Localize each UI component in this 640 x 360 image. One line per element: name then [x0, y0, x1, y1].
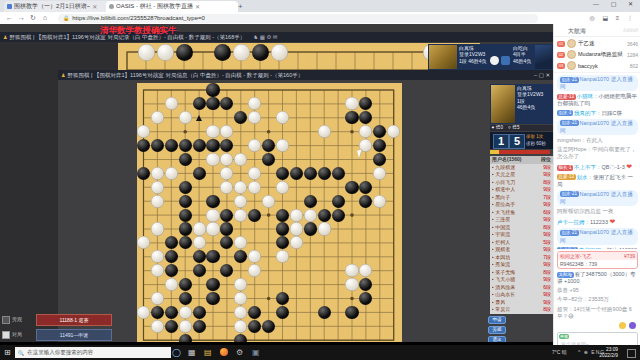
- stone-black: [193, 139, 206, 152]
- stone-black: [345, 306, 358, 319]
- stream-title-overlay: 清华数学教授确实牛: [100, 25, 177, 37]
- rank-row[interactable]: 01 千乙迷3646: [557, 39, 638, 48]
- timer-digit-2: 5: [509, 134, 525, 149]
- stone-white: [179, 306, 192, 319]
- browser-tab-bar: 围棋教学（一）2月1日棋谱~ ✕ OASIS - 棋社 - 围棋教学直播 ✕ +…: [0, 0, 640, 12]
- stone-white: [138, 44, 155, 61]
- stone-black: [193, 250, 206, 263]
- stone-black: [179, 278, 192, 291]
- tab-active[interactable]: OASIS - 棋社 - 围棋教学直播 ✕: [106, 1, 238, 12]
- fox-bg-avatar-black: [535, 45, 552, 69]
- clock-date: 2022/2/9: [599, 353, 618, 359]
- stone-black: [193, 306, 206, 319]
- chat-message: 今早~82分：23535万: [557, 296, 638, 303]
- spectator-table-header: 用户名(1560)段位: [490, 156, 553, 164]
- fox-bg-toolbar-icons[interactable]: ♞ ▦ ⚙ ✉: [253, 34, 277, 40]
- spectator-row[interactable]: ▪ 烂柯人5段: [490, 239, 553, 247]
- spectator-row[interactable]: ▪ 星位高手9段: [490, 201, 553, 209]
- stone-white: [151, 222, 164, 235]
- notification-icon[interactable]: [627, 349, 636, 358]
- stone-white: [151, 167, 164, 180]
- chat-message: 划水·21Nanpai1070 进入直播间: [557, 190, 638, 206]
- fox-side-button[interactable]: 旁观: [488, 326, 506, 334]
- stone-white: [262, 195, 275, 208]
- last-move-marker: [196, 115, 202, 121]
- stone-black: [193, 167, 206, 180]
- timer-digit-1: 1: [493, 134, 509, 149]
- tab2-title: OASIS - 棋社 - 围棋教学直播: [116, 2, 193, 11]
- spectator-row[interactable]: ▪ 落子无悔8段: [490, 269, 553, 277]
- taskbar-search[interactable]: 🔍 在这里输入你要搜索的内容: [15, 347, 171, 358]
- time-progress-bar: [490, 150, 550, 154]
- stone-white: [137, 306, 150, 319]
- fox-bg-titlebar: ♟ 野狐围棋 | 【围棋对弈1】1196号对战室 对局记录（白 中盘胜）- 自由…: [0, 32, 553, 42]
- danmaku-input[interactable]: 弹幕 发个弹幕呗~: [557, 332, 638, 345]
- new-tab-button[interactable]: +: [238, 2, 243, 11]
- bg-btn-row1[interactable]: 11188·1 退赛: [36, 314, 112, 326]
- stone-black: [179, 209, 192, 222]
- stone-white: [206, 125, 219, 138]
- spectator-row[interactable]: ▪ 九段棋迷9段: [490, 164, 553, 172]
- spectator-row[interactable]: ▪ 常昊云8段: [490, 306, 553, 314]
- stone-white: [179, 320, 192, 333]
- superchat-card[interactable]: 松间之家-飞乙 ¥739 R946234B：739: [557, 251, 638, 269]
- chat-message: 划水·21Nanpai1070 进入直播间: [557, 119, 638, 135]
- spectator-row[interactable]: ▪ 棋道中人9段: [490, 186, 553, 194]
- stone-white: [234, 209, 247, 222]
- bg-btn-row2-label: 对局: [12, 331, 22, 337]
- heart-sticker: ❤: [609, 218, 615, 225]
- stone-white: [233, 44, 250, 61]
- chat-message: 总督·13小猫咪：小姐姐把电脑平台都搞乱了吗: [557, 93, 638, 107]
- stone-black: [276, 209, 289, 222]
- fox-bg-avatar-white: [429, 45, 457, 69]
- black-side-icon: [2, 316, 10, 324]
- chat-message: 超管：14日第一个经路900盘 6早？😅: [557, 306, 638, 320]
- stone-black: [206, 83, 219, 96]
- stone-white: [157, 44, 174, 61]
- stone-black: [179, 139, 192, 152]
- chat-message: 划水·21Nanpai1070 进入直播间: [557, 228, 638, 244]
- stone-black: [179, 195, 192, 208]
- superchat-price: ¥739: [624, 253, 635, 259]
- fox-bg-card2-line3: 46胜4负: [513, 58, 531, 64]
- settings-icon[interactable]: ⚙: [236, 348, 243, 357]
- weather-tray[interactable]: 7°C 晴: [552, 349, 567, 355]
- start-button[interactable]: ⊞: [4, 348, 11, 357]
- stone-white: [345, 264, 358, 277]
- chat-message: 总督·13划水：使用了起飞卡 一局: [557, 174, 638, 188]
- chat-message: 划水·21Nanpai1070 进入直播间: [557, 75, 638, 91]
- spectator-row[interactable]: ▪ 本因坊7段: [490, 254, 553, 262]
- stone-black: [332, 195, 345, 208]
- tab1-favicon: [7, 4, 12, 9]
- home-icon[interactable]: ⌂: [43, 14, 47, 21]
- stone-black: [206, 292, 219, 305]
- stone-black: [179, 222, 192, 235]
- stone-white: [345, 97, 358, 110]
- stone-white: [304, 209, 317, 222]
- stone-black: [193, 264, 206, 277]
- stone-black: [206, 278, 219, 291]
- stone-white: [345, 278, 358, 291]
- fox-fg-player-line2: 登录1V2W3: [517, 91, 543, 97]
- stone-black: [318, 209, 331, 222]
- chat-below-list: 大航海看了3487500（3000）夸讲 +1000恭喜 +95今早~82分：2…: [554, 271, 640, 320]
- fox-bg-panda-icon: [490, 56, 499, 65]
- stone-white: [151, 195, 164, 208]
- stone-white: [271, 44, 288, 61]
- fox-bg-card1-line2: 登录1V2W3: [459, 51, 487, 57]
- spectator-row[interactable]: ▪ 宇宙流9段: [490, 231, 553, 239]
- fox-side-button[interactable]: 申请: [488, 316, 506, 324]
- timer-block: 1 5 保留 1次 读秒 60秒: [490, 132, 553, 149]
- fox-bg-player-cards: 白真珠 登录1V2W3 1段 46胜4负 白吃白 4目半 46胜4负: [428, 44, 553, 70]
- stone-white: [290, 209, 303, 222]
- stone-black: [318, 306, 331, 319]
- live-video-area[interactable]: ♟ 野狐围棋 | 【围棋对弈1】1196号对战室 对局记录（白 中盘胜）- 自由…: [0, 24, 553, 345]
- spectator-row[interactable]: ▪ 飞天小猪9段: [490, 276, 553, 284]
- bilibili-watermark: bilibili: [623, 27, 638, 33]
- avatar: [567, 50, 576, 59]
- stone-black: [214, 44, 231, 61]
- tab2-favicon: [109, 4, 114, 9]
- stone-black: [137, 167, 150, 180]
- spectator-table[interactable]: 用户名(1560)段位 ▪ 九段棋迷9段▪ 天元之星9段▪ 小目飞刀8段▪ 棋道…: [490, 156, 553, 314]
- fox-bg-bottom-buttons: 旁观 11188·1 退赛 对局 11491—申请: [2, 314, 116, 344]
- taskbar-clock[interactable]: 23:09 2022/2/9: [599, 347, 618, 359]
- spectator-row[interactable]: ▪ 山高水长9段: [490, 291, 553, 299]
- stone-white: [165, 278, 178, 291]
- fox-fg-window-controls[interactable]: – ▢ ✕: [534, 72, 550, 78]
- chat-message: 阿斯顿切尔西总监 一夜: [557, 208, 638, 215]
- avatar: [567, 39, 576, 48]
- search-placeholder: 在这里输入你要搜索的内容: [27, 349, 93, 356]
- stone-white: [193, 222, 206, 235]
- chat-tab-grand-sail[interactable]: 大航海: [568, 27, 586, 36]
- chat-message: 划水·1我真的下：日踩C饼: [557, 110, 638, 117]
- spectator-row[interactable]: ▪ 清风徐来6段: [490, 284, 553, 292]
- windows-taskbar: ⊞ 🔍 在这里输入你要搜索的内容 ◯ ▦ ▤ ⚙ ▣ 7°C 晴 ^ ⊕ ENG…: [0, 345, 640, 360]
- task-view-icon[interactable]: ▦: [188, 348, 196, 357]
- stone-white: [318, 125, 331, 138]
- chat-message-list[interactable]: 划水·21Nanpai1070 进入直播间总督·13小猫咪：小姐姐把电脑平台都搞…: [554, 72, 640, 249]
- superchat-body: R946234B：739: [558, 260, 637, 268]
- spectator-row[interactable]: ▪ 聂风9段: [490, 299, 553, 307]
- fox-fg-titlebar: ♟ 野狐围棋 | 【围棋对弈1】1196号对战室 对局信息（白 中盘胜）- 自由…: [58, 70, 553, 80]
- spectator-row[interactable]: ▪ 三连星9段: [490, 216, 553, 224]
- chat-message: 这是阿Hope：中间白棋要死了，怎么办了: [557, 146, 638, 160]
- fox-bg-blue-icon[interactable]: [501, 56, 510, 65]
- stone-white: [290, 222, 303, 235]
- stone-white: [318, 222, 331, 235]
- browser-window-controls[interactable]: — ▢ ✕: [593, 0, 638, 7]
- chat-message: 恭喜 +95: [557, 287, 638, 294]
- spectator-row[interactable]: ▪ 观棋者9段: [490, 246, 553, 254]
- stone-white: [206, 209, 219, 222]
- input-tag: 弹幕: [559, 334, 569, 339]
- stone-white: [276, 181, 289, 194]
- stone-black: [206, 250, 219, 263]
- tab1-close-icon[interactable]: ✕: [92, 3, 97, 10]
- stone-black: [165, 320, 178, 333]
- stone-white: [151, 181, 164, 194]
- reload-icon[interactable]: ↻: [30, 14, 36, 22]
- bg-btn-row2[interactable]: 11491—申请: [36, 329, 112, 341]
- fox-fg-player-line4: 46胜4负: [517, 104, 543, 110]
- stone-black: [206, 195, 219, 208]
- timer-label-2: 读秒 60秒: [526, 141, 546, 146]
- fox-fg-avatar: [491, 85, 515, 123]
- stone-black: [151, 306, 164, 319]
- spectator-row[interactable]: ▪ 秀策流9段: [490, 261, 553, 269]
- stone-black: [304, 222, 317, 235]
- spectator-row[interactable]: ▪ 大飞挂角6段: [490, 209, 553, 217]
- stone-black: [176, 44, 193, 61]
- spectator-row[interactable]: ▪ 中国流8段: [490, 224, 553, 232]
- white-side-icon: [2, 331, 10, 339]
- fox-fg-player-card: 白真珠 登录1V2W3 1段 46胜4负: [490, 84, 553, 124]
- tab1-title: 围棋教学（一）2月1日棋谱~: [14, 2, 90, 11]
- stone-black: [304, 167, 317, 180]
- back-icon[interactable]: ←: [6, 14, 13, 21]
- heart-sticker: ❤: [626, 163, 632, 170]
- stone-black: [332, 209, 345, 222]
- stone-black: [332, 167, 345, 180]
- stone-black: [345, 111, 358, 124]
- emoji-yellow-icon[interactable]: [619, 322, 626, 329]
- fox-bg-card1-line3: 1段 46胜4负: [459, 58, 487, 64]
- fox-bg-app-icon: ♟: [3, 34, 7, 40]
- chat-panel[interactable]: 大航海 bilibili 01 千乙迷364602 Mudanza纸路监狱128…: [553, 24, 640, 345]
- spectator-row[interactable]: ▪ 天元之星9段: [490, 171, 553, 179]
- stone-black: [248, 209, 261, 222]
- chat-message: 大航海看了3487500（3000）夸讲 +1000: [557, 271, 638, 285]
- chat-message: 卢卡—拉姆：112233 ❤: [557, 217, 638, 226]
- emoji-purple-icon[interactable]: [629, 322, 636, 329]
- stone-black: [206, 97, 219, 110]
- spectator-row[interactable]: ▪ 黑白子7段: [490, 194, 553, 202]
- stone-black: [345, 181, 358, 194]
- stone-black: [318, 167, 331, 180]
- chat-message: 舰长·1不上不下：QB〇-1-3 ❤: [557, 162, 638, 171]
- tab2-close-icon[interactable]: ✕: [195, 3, 200, 10]
- search-icon: 🔍: [18, 350, 24, 356]
- stone-white: [151, 292, 164, 305]
- stone-white: [165, 167, 178, 180]
- chat-message: zongshen：在此人: [557, 137, 638, 144]
- stone-black: [165, 306, 178, 319]
- stone-black: [179, 181, 192, 194]
- avatar: [567, 61, 576, 70]
- file-explorer-icon[interactable]: ▤: [204, 348, 212, 357]
- stone-white: [206, 222, 219, 235]
- rank-row[interactable]: 02 Mudanza纸路监狱1284: [557, 50, 638, 59]
- address-field[interactable]: 🔒 https://live.bilibili.com/2355528?broa…: [58, 14, 538, 23]
- stone-black: [276, 292, 289, 305]
- stone-black: [193, 320, 206, 333]
- cortana-icon[interactable]: ◯: [172, 348, 181, 357]
- stone-black: [179, 153, 192, 166]
- stone-white: [206, 153, 219, 166]
- go-board[interactable]: [137, 83, 402, 345]
- superchat-name: 松间之家-飞乙: [560, 253, 592, 259]
- time-progress-fill: [490, 150, 499, 154]
- fox-bg-board: [118, 43, 480, 70]
- bg-btn-row1-label: 旁观: [12, 316, 22, 322]
- stone-black: [276, 167, 289, 180]
- spectator-row[interactable]: ▪ 小目飞刀8段: [490, 179, 553, 187]
- screenshot-root: 围棋教学（一）2月1日棋谱~ ✕ OASIS - 棋社 - 围棋教学直播 ✕ +…: [0, 0, 640, 360]
- forward-icon[interactable]: →: [18, 14, 25, 21]
- stone-black: [252, 44, 269, 61]
- extension-icons[interactable]: ◎ ⬓ ≡ ⋮: [590, 14, 636, 21]
- stone-black: [179, 292, 192, 305]
- fox-fg-side-buttons: 申请旁观退出: [488, 316, 518, 345]
- rank-row[interactable]: 03 baccyyk802: [557, 61, 638, 70]
- stone-white: [151, 320, 164, 333]
- stone-black: [304, 195, 317, 208]
- timer-label-1: 保留 1次: [526, 134, 543, 139]
- stone-black: [206, 139, 219, 152]
- app-icon[interactable]: ▣: [252, 348, 260, 357]
- stone-black: [276, 222, 289, 235]
- stone-black: [165, 139, 178, 152]
- stone-black: [262, 320, 275, 333]
- firefox-icon[interactable]: [220, 348, 228, 358]
- tab-inactive[interactable]: 围棋教学（一）2月1日棋谱~ ✕: [4, 1, 110, 12]
- chat-message: 干就完了中华田园：加油 112233 ❤: [557, 247, 638, 249]
- captured-stones-row: ⚫ 提0 ⚪ 提5: [490, 125, 553, 131]
- url-text: https://live.bilibili.com/2355528?broadc…: [72, 15, 205, 21]
- fox-fg-title: 野狐围棋 | 【围棋对弈1】1196号对战室 对局信息（白 中盘胜）- 自由棋 …: [67, 72, 303, 79]
- lock-icon: 🔒: [63, 15, 69, 21]
- stone-black: [290, 167, 303, 180]
- fox-fg-app-icon: ♟: [61, 72, 65, 78]
- rank-list: 01 千乙迷364602 Mudanza纸路监狱128403 baccyyk80…: [554, 39, 640, 70]
- stone-black: [220, 222, 233, 235]
- stone-black: [276, 306, 289, 319]
